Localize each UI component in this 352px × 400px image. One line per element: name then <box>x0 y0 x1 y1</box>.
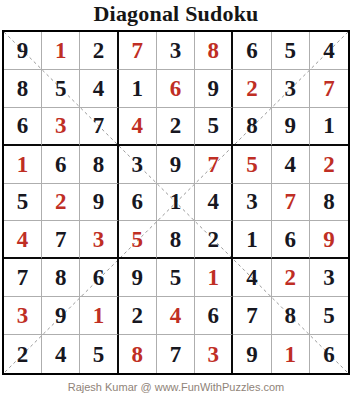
cell-r6c9[interactable]: 9 <box>310 221 348 259</box>
cell-r2c6[interactable]: 9 <box>195 70 233 108</box>
given-digit: 5 <box>55 77 67 100</box>
given-digit: 5 <box>170 266 182 289</box>
cell-r4c6[interactable]: 7 <box>195 146 233 184</box>
cell-r9c7[interactable]: 9 <box>233 335 271 373</box>
given-digit: 6 <box>323 343 335 366</box>
solved-digit: 3 <box>207 343 219 366</box>
cell-r4c4[interactable]: 3 <box>119 146 157 184</box>
cell-r5c9[interactable]: 8 <box>310 184 348 222</box>
cell-r9c9[interactable]: 6 <box>310 335 348 373</box>
solved-digit: 2 <box>55 190 67 213</box>
cell-r2c4[interactable]: 1 <box>119 70 157 108</box>
cell-r8c5[interactable]: 4 <box>157 297 195 335</box>
cell-r6c8[interactable]: 6 <box>272 221 310 259</box>
cell-r7c4[interactable]: 9 <box>119 259 157 297</box>
given-digit: 4 <box>323 39 335 62</box>
solved-digit: 7 <box>132 39 144 62</box>
footer-credit: Rajesh Kumar @ www.FunWithPuzzles.com <box>0 377 352 397</box>
cell-r7c6[interactable]: 1 <box>195 259 233 297</box>
cell-r8c4[interactable]: 2 <box>119 297 157 335</box>
cell-r6c7[interactable]: 1 <box>233 221 271 259</box>
sudoku-board: 9127386548541692376374258911683975425296… <box>2 30 350 375</box>
cell-r5c6[interactable]: 4 <box>195 184 233 222</box>
solved-digit: 6 <box>170 77 182 100</box>
cell-r5c5[interactable]: 1 <box>157 184 195 222</box>
cell-r6c2[interactable]: 7 <box>42 221 80 259</box>
solved-digit: 4 <box>17 228 29 251</box>
given-digit: 3 <box>170 39 182 62</box>
cell-r5c7[interactable]: 3 <box>233 184 271 222</box>
solved-digit: 4 <box>170 304 182 327</box>
given-digit: 2 <box>132 304 144 327</box>
solved-digit: 1 <box>93 304 105 327</box>
cell-r9c4[interactable]: 8 <box>119 335 157 373</box>
cell-r3c9[interactable]: 1 <box>310 108 348 146</box>
cell-r4c5[interactable]: 9 <box>157 146 195 184</box>
cell-r7c3[interactable]: 6 <box>80 259 118 297</box>
cell-r1c6[interactable]: 8 <box>195 32 233 70</box>
solved-digit: 5 <box>246 153 258 176</box>
solved-digit: 2 <box>284 266 296 289</box>
cell-r2c9[interactable]: 7 <box>310 70 348 108</box>
solved-digit: 8 <box>207 39 219 62</box>
solved-digit: 1 <box>207 266 219 289</box>
cell-r9c1[interactable]: 2 <box>4 335 42 373</box>
cell-r6c1[interactable]: 4 <box>4 221 42 259</box>
given-digit: 7 <box>17 266 29 289</box>
given-digit: 5 <box>207 114 219 137</box>
cell-r1c1[interactable]: 9 <box>4 32 42 70</box>
cell-r1c8[interactable]: 5 <box>272 32 310 70</box>
solved-digit: 5 <box>132 228 144 251</box>
given-digit: 1 <box>170 190 182 213</box>
given-digit: 7 <box>246 304 258 327</box>
cell-r2c2[interactable]: 5 <box>42 70 80 108</box>
cell-r3c7[interactable]: 8 <box>233 108 271 146</box>
solved-digit: 3 <box>17 304 29 327</box>
cell-r3c2[interactable]: 3 <box>42 108 80 146</box>
given-digit: 3 <box>284 77 296 100</box>
cell-r4c2[interactable]: 6 <box>42 146 80 184</box>
given-digit: 1 <box>246 228 258 251</box>
solved-digit: 3 <box>93 228 105 251</box>
cell-r7c7[interactable]: 4 <box>233 259 271 297</box>
cell-r6c3[interactable]: 3 <box>80 221 118 259</box>
given-digit: 6 <box>93 266 105 289</box>
cell-r5c2[interactable]: 2 <box>42 184 80 222</box>
given-digit: 5 <box>17 190 29 213</box>
cell-r3c3[interactable]: 7 <box>80 108 118 146</box>
given-digit: 6 <box>284 228 296 251</box>
given-digit: 2 <box>17 343 29 366</box>
cell-r4c7[interactable]: 5 <box>233 146 271 184</box>
given-digit: 5 <box>323 304 335 327</box>
cell-r7c1[interactable]: 7 <box>4 259 42 297</box>
cell-r8c6[interactable]: 6 <box>195 297 233 335</box>
cell-r5c1[interactable]: 5 <box>4 184 42 222</box>
cell-r6c4[interactable]: 5 <box>119 221 157 259</box>
given-digit: 4 <box>55 343 67 366</box>
cell-r2c7[interactable]: 2 <box>233 70 271 108</box>
cell-r4c8[interactable]: 4 <box>272 146 310 184</box>
cell-r2c5[interactable]: 6 <box>157 70 195 108</box>
cell-r1c3[interactable]: 2 <box>80 32 118 70</box>
cell-r1c5[interactable]: 3 <box>157 32 195 70</box>
page-title: Diagonal Sudoku <box>0 0 352 28</box>
cell-r7c5[interactable]: 5 <box>157 259 195 297</box>
cell-r5c8[interactable]: 7 <box>272 184 310 222</box>
cell-r8c7[interactable]: 7 <box>233 297 271 335</box>
given-digit: 2 <box>170 114 182 137</box>
given-digit: 4 <box>246 266 258 289</box>
cell-r6c5[interactable]: 8 <box>157 221 195 259</box>
cell-r8c2[interactable]: 9 <box>42 297 80 335</box>
cell-r8c1[interactable]: 3 <box>4 297 42 335</box>
cell-r8c8[interactable]: 8 <box>272 297 310 335</box>
given-digit: 6 <box>55 153 67 176</box>
cell-r4c3[interactable]: 8 <box>80 146 118 184</box>
sudoku-grid: 9127386548541692376374258911683975425296… <box>4 32 348 373</box>
cell-r5c4[interactable]: 6 <box>119 184 157 222</box>
cell-r3c1[interactable]: 6 <box>4 108 42 146</box>
given-digit: 6 <box>246 39 258 62</box>
given-digit: 9 <box>170 153 182 176</box>
cell-r3c4[interactable]: 4 <box>119 108 157 146</box>
given-digit: 6 <box>207 304 219 327</box>
given-digit: 8 <box>55 266 67 289</box>
given-digit: 7 <box>170 343 182 366</box>
cell-r8c3[interactable]: 1 <box>80 297 118 335</box>
solved-digit: 1 <box>284 343 296 366</box>
given-digit: 6 <box>17 114 29 137</box>
cell-r9c5[interactable]: 7 <box>157 335 195 373</box>
given-digit: 6 <box>132 190 144 213</box>
solved-digit: 9 <box>323 228 335 251</box>
given-digit: 9 <box>93 190 105 213</box>
given-digit: 9 <box>132 266 144 289</box>
cell-r9c6[interactable]: 3 <box>195 335 233 373</box>
given-digit: 7 <box>93 114 105 137</box>
given-digit: 8 <box>170 228 182 251</box>
given-digit: 9 <box>55 304 67 327</box>
given-digit: 4 <box>207 190 219 213</box>
cell-r7c8[interactable]: 2 <box>272 259 310 297</box>
given-digit: 9 <box>284 114 296 137</box>
cell-r1c7[interactable]: 6 <box>233 32 271 70</box>
solved-digit: 2 <box>246 77 258 100</box>
given-digit: 8 <box>284 304 296 327</box>
given-digit: 7 <box>55 228 67 251</box>
cell-r3c5[interactable]: 2 <box>157 108 195 146</box>
cell-r2c1[interactable]: 8 <box>4 70 42 108</box>
cell-r7c9[interactable]: 3 <box>310 259 348 297</box>
solved-digit: 7 <box>207 153 219 176</box>
given-digit: 9 <box>17 39 29 62</box>
given-digit: 9 <box>207 77 219 100</box>
given-digit: 3 <box>246 190 258 213</box>
cell-r9c3[interactable]: 5 <box>80 335 118 373</box>
puzzle-page: Diagonal Sudoku 912738654854169237637425… <box>0 0 352 400</box>
given-digit: 4 <box>284 153 296 176</box>
given-digit: 2 <box>207 228 219 251</box>
solved-digit: 4 <box>132 114 144 137</box>
given-digit: 8 <box>323 190 335 213</box>
given-digit: 3 <box>323 266 335 289</box>
given-digit: 8 <box>246 114 258 137</box>
cell-r1c2[interactable]: 1 <box>42 32 80 70</box>
solved-digit: 2 <box>323 153 335 176</box>
cell-r3c8[interactable]: 9 <box>272 108 310 146</box>
cell-r4c9[interactable]: 2 <box>310 146 348 184</box>
solved-digit: 1 <box>17 153 29 176</box>
cell-r9c2[interactable]: 4 <box>42 335 80 373</box>
given-digit: 1 <box>132 77 144 100</box>
cell-r2c3[interactable]: 4 <box>80 70 118 108</box>
cell-r4c1[interactable]: 1 <box>4 146 42 184</box>
cell-r5c3[interactable]: 9 <box>80 184 118 222</box>
given-digit: 4 <box>93 77 105 100</box>
solved-digit: 1 <box>55 39 67 62</box>
cell-r6c6[interactable]: 2 <box>195 221 233 259</box>
given-digit: 1 <box>323 114 335 137</box>
solved-digit: 3 <box>55 114 67 137</box>
cell-r2c8[interactable]: 3 <box>272 70 310 108</box>
cell-r1c9[interactable]: 4 <box>310 32 348 70</box>
given-digit: 2 <box>93 39 105 62</box>
given-digit: 5 <box>93 343 105 366</box>
cell-r7c2[interactable]: 8 <box>42 259 80 297</box>
cell-r8c9[interactable]: 5 <box>310 297 348 335</box>
solved-digit: 7 <box>284 190 296 213</box>
given-digit: 3 <box>132 153 144 176</box>
solved-digit: 8 <box>132 343 144 366</box>
given-digit: 9 <box>246 343 258 366</box>
given-digit: 8 <box>93 153 105 176</box>
given-digit: 5 <box>284 39 296 62</box>
solved-digit: 7 <box>323 77 335 100</box>
cell-r9c8[interactable]: 1 <box>272 335 310 373</box>
given-digit: 8 <box>17 77 29 100</box>
cell-r1c4[interactable]: 7 <box>119 32 157 70</box>
cell-r3c6[interactable]: 5 <box>195 108 233 146</box>
